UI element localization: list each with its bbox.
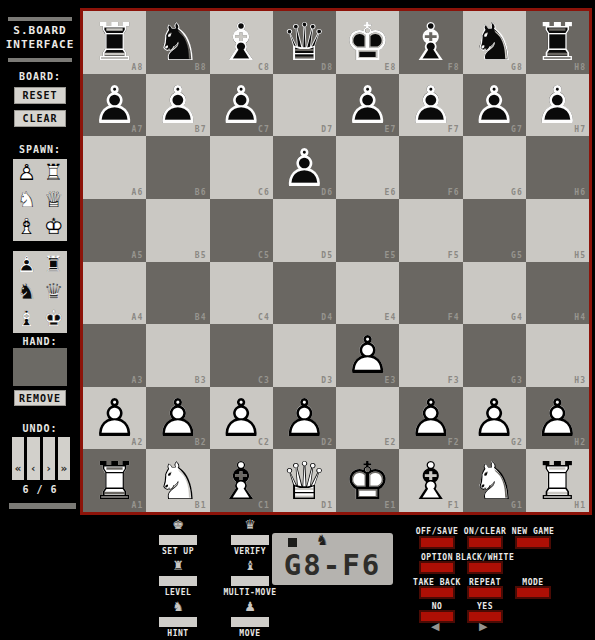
square-coord: D5	[321, 251, 333, 260]
spawn-white-pawn[interactable]: ♟♙	[13, 159, 40, 186]
black-king[interactable]: ♚♔	[40, 306, 67, 333]
clear-button[interactable]: CLEAR	[14, 110, 66, 127]
piece-glyph-outline: ♗	[13, 214, 40, 241]
square-f2[interactable]: ♟♙F2	[399, 387, 462, 450]
level-button[interactable]	[159, 576, 197, 586]
square-coord: G6	[511, 188, 523, 197]
square-b6[interactable]: B6	[146, 136, 209, 199]
spawn-black-queen[interactable]: ♛♕	[40, 278, 67, 305]
spawn-black-bishop[interactable]: ♝♗	[13, 306, 40, 333]
remove-button[interactable]: REMOVE	[14, 390, 66, 406]
white-pawn[interactable]: ♟♙	[13, 159, 40, 186]
on-clear-button[interactable]	[467, 536, 503, 549]
black-bishop[interactable]: ♝♗	[13, 306, 40, 333]
spawn-palette-black: ♟♙♜♖♞♘♛♕♝♗♚♔	[13, 251, 67, 333]
square-b5[interactable]: B5	[146, 199, 209, 262]
square-g8[interactable]: ♞♘G8	[463, 11, 526, 74]
square-c5[interactable]: C5	[210, 199, 273, 262]
square-coord: C8	[258, 63, 270, 72]
square-coord: D3	[321, 376, 333, 385]
divider-title	[8, 58, 72, 62]
square-a4[interactable]: A4	[83, 262, 146, 325]
square-coord: D7	[321, 125, 333, 134]
undo-counter: 6 / 6	[0, 484, 80, 495]
square-d4[interactable]: D4	[273, 262, 336, 325]
undo-back-button[interactable]: ‹	[27, 437, 39, 480]
square-coord: B5	[195, 251, 207, 260]
verify-label: VERIFY	[234, 547, 266, 556]
square-f6[interactable]: F6	[399, 136, 462, 199]
square-coord: E5	[385, 251, 397, 260]
white-knight[interactable]: ♞♘	[13, 186, 40, 213]
square-coord: H4	[574, 313, 586, 322]
move-button[interactable]	[231, 617, 269, 627]
app-title-line2: INTERFACE	[0, 38, 80, 51]
square-coord: G4	[511, 313, 523, 322]
square-e8[interactable]: ♚♔E8	[336, 11, 399, 74]
lcd-move-text: G8-F6	[272, 548, 393, 582]
king-icon: ♚	[172, 518, 184, 532]
square-coord: G8	[511, 63, 523, 72]
square-coord: H5	[574, 251, 586, 260]
square-d6[interactable]: ♟♙D6	[273, 136, 336, 199]
square-coord: A3	[132, 376, 144, 385]
square-g4[interactable]: G4	[463, 262, 526, 325]
square-d1[interactable]: ♛♕D1	[273, 449, 336, 512]
square-c6[interactable]: C6	[210, 136, 273, 199]
square-coord: A5	[132, 251, 144, 260]
square-a7[interactable]: ♟♙A7	[83, 74, 146, 137]
hint-label: HINT	[167, 629, 188, 638]
square-coord: F8	[448, 63, 460, 72]
square-coord: A7	[132, 125, 144, 134]
piece-glyph-outline: ♖	[40, 159, 67, 186]
square-e1[interactable]: ♚♔E1	[336, 449, 399, 512]
undo-section-label: UNDO:	[0, 423, 80, 434]
square-f5[interactable]: F5	[399, 199, 462, 262]
spawn-white-knight[interactable]: ♞♘	[13, 186, 40, 213]
square-coord: B6	[195, 188, 207, 197]
black-pawn[interactable]: ♟♙	[13, 251, 40, 278]
square-e6[interactable]: E6	[336, 136, 399, 199]
square-h2[interactable]: ♟♙H2	[526, 387, 589, 450]
square-coord: A4	[132, 313, 144, 322]
square-g3[interactable]: G3	[463, 324, 526, 387]
off-save-button[interactable]	[419, 536, 455, 549]
square-coord: D4	[321, 313, 333, 322]
spawn-black-king[interactable]: ♚♔	[40, 306, 67, 333]
square-coord: E7	[385, 125, 397, 134]
square-coord: F3	[448, 376, 460, 385]
spawn-white-queen[interactable]: ♛♕	[40, 186, 67, 213]
spawn-section-label: SPAWN:	[0, 144, 80, 155]
spawn-black-rook[interactable]: ♜♖	[40, 251, 67, 278]
board-section-label: BOARD:	[0, 71, 80, 82]
square-b7[interactable]: ♟♙B7	[146, 74, 209, 137]
black-rook[interactable]: ♜♖	[40, 251, 67, 278]
square-g5[interactable]: G5	[463, 199, 526, 262]
square-coord: D8	[321, 63, 333, 72]
square-d7[interactable]: D7	[273, 74, 336, 137]
take-back-button[interactable]	[419, 586, 455, 599]
square-coord: H6	[574, 188, 586, 197]
rook-icon: ♜	[172, 559, 184, 573]
square-c7[interactable]: ♟♙C7	[210, 74, 273, 137]
piece-glyph-outline: ♕	[40, 186, 67, 213]
square-a8[interactable]: ♜♖A8	[83, 11, 146, 74]
square-d3[interactable]: D3	[273, 324, 336, 387]
piece-key-panel: ♚SET UP♛VERIFY♜LEVEL♝MULTI-MOVE♞HINT♟MOV…	[142, 518, 286, 638]
square-coord: H2	[574, 438, 586, 447]
queen-icon: ♛	[244, 518, 256, 532]
black-to-move-indicator-icon	[288, 538, 297, 547]
divider-top	[8, 17, 72, 21]
square-b1[interactable]: ♞♘B1	[146, 449, 209, 512]
square-coord: H8	[574, 63, 586, 72]
square-coord: E6	[385, 188, 397, 197]
square-coord: G7	[511, 125, 523, 134]
square-b8[interactable]: ♞♘B8	[146, 11, 209, 74]
piece-glyph-outline: ♔	[40, 306, 67, 333]
knight-icon: ♞	[172, 600, 184, 614]
app-title-line1: S.BOARD	[0, 24, 80, 37]
spawn-white-rook[interactable]: ♜♖	[40, 159, 67, 186]
set-up-button[interactable]	[159, 535, 197, 545]
square-f3[interactable]: F3	[399, 324, 462, 387]
level-label: LEVEL	[165, 588, 192, 597]
square-coord: A1	[132, 501, 144, 510]
verify-button[interactable]	[231, 535, 269, 545]
square-coord: B8	[195, 63, 207, 72]
square-b3[interactable]: B3	[146, 324, 209, 387]
prev-arrow-button[interactable]: ◀	[431, 621, 439, 632]
square-a5[interactable]: A5	[83, 199, 146, 262]
piece-glyph-outline: ♕	[40, 278, 67, 305]
new-game-label: NEW GAME	[488, 527, 578, 536]
square-coord: A8	[132, 63, 144, 72]
square-g1[interactable]: ♞♘G1	[463, 449, 526, 512]
reset-button[interactable]: RESET	[14, 87, 66, 104]
square-g7[interactable]: ♟♙G7	[463, 74, 526, 137]
square-g6[interactable]: G6	[463, 136, 526, 199]
square-coord: B7	[195, 125, 207, 134]
square-coord: H1	[574, 501, 586, 510]
level-control: ♜LEVEL	[142, 559, 214, 597]
white-king[interactable]: ♚♔	[40, 214, 67, 241]
spawn-black-knight[interactable]: ♞♘	[13, 278, 40, 305]
square-coord: H7	[574, 125, 586, 134]
square-c8[interactable]: ♝♗C8	[210, 11, 273, 74]
square-coord: C1	[258, 501, 270, 510]
square-coord: F6	[448, 188, 460, 197]
multi-move-label: MULTI-MOVE	[223, 588, 276, 597]
new-game-button[interactable]	[515, 536, 551, 549]
square-coord: D2	[321, 438, 333, 447]
square-e5[interactable]: E5	[336, 199, 399, 262]
square-coord: F7	[448, 125, 460, 134]
hint-control: ♞HINT	[142, 600, 214, 638]
mode-button[interactable]	[515, 586, 551, 599]
piece-glyph-outline: ♗	[13, 306, 40, 333]
piece-glyph-outline: ♙	[13, 251, 40, 278]
square-coord: E4	[385, 313, 397, 322]
piece-glyph-outline: ♔	[40, 214, 67, 241]
square-e4[interactable]: E4	[336, 262, 399, 325]
square-h8[interactable]: ♜♖H8	[526, 11, 589, 74]
square-f7[interactable]: ♟♙F7	[399, 74, 462, 137]
repeat-button[interactable]	[467, 586, 503, 599]
square-f8[interactable]: ♝♗F8	[399, 11, 462, 74]
set-up-control: ♚SET UP	[142, 518, 214, 556]
square-coord: F2	[448, 438, 460, 447]
square-c2[interactable]: ♟♙C2	[210, 387, 273, 450]
square-c4[interactable]: C4	[210, 262, 273, 325]
white-rook[interactable]: ♜♖	[40, 159, 67, 186]
square-coord: D1	[321, 501, 333, 510]
sidebar: S.BOARD INTERFACE BOARD: RESET CLEAR SPA…	[0, 0, 80, 640]
square-coord: D6	[321, 188, 333, 197]
square-coord: E8	[385, 63, 397, 72]
undo-forward-button[interactable]: ›	[43, 437, 55, 480]
undo-controls: «‹›»	[12, 437, 70, 480]
square-f1[interactable]: ♝♗F1	[399, 449, 462, 512]
square-f4[interactable]: F4	[399, 262, 462, 325]
bishop-icon: ♝	[244, 559, 256, 573]
square-h5[interactable]: H5	[526, 199, 589, 262]
square-d5[interactable]: D5	[273, 199, 336, 262]
square-coord: C4	[258, 313, 270, 322]
move-control: ♟MOVE	[214, 600, 286, 638]
square-coord: B1	[195, 501, 207, 510]
square-e7[interactable]: ♟♙E7	[336, 74, 399, 137]
square-g2[interactable]: ♟♙G2	[463, 387, 526, 450]
move-label: MOVE	[239, 629, 260, 638]
square-coord: E1	[385, 501, 397, 510]
square-c1[interactable]: ♝♗C1	[210, 449, 273, 512]
undo-last-button[interactable]: »	[58, 437, 70, 480]
multi-move-button[interactable]	[231, 576, 269, 586]
square-a1[interactable]: ♜♖A1	[83, 449, 146, 512]
lcd-display: ♞ G8-F6	[272, 533, 393, 585]
next-arrow-button[interactable]: ▶	[479, 621, 487, 632]
square-h4[interactable]: H4	[526, 262, 589, 325]
black-white-button[interactable]	[467, 561, 503, 574]
chess-board: ♜♖A8♞♘B8♝♗C8♛♕D8♚♔E8♝♗F8♞♘G8♜♖H8♟♙A7♟♙B7…	[80, 8, 592, 515]
square-d8[interactable]: ♛♕D8	[273, 11, 336, 74]
white-bishop[interactable]: ♝♗	[13, 214, 40, 241]
square-h1[interactable]: ♜♖H1	[526, 449, 589, 512]
square-coord: G2	[511, 438, 523, 447]
square-coord: E2	[385, 438, 397, 447]
square-coord: G5	[511, 251, 523, 260]
spawn-white-king[interactable]: ♚♔	[40, 214, 67, 241]
piece-glyph-outline: ♘	[13, 278, 40, 305]
square-e3[interactable]: ♟♙E3	[336, 324, 399, 387]
square-h3[interactable]: H3	[526, 324, 589, 387]
set-up-label: SET UP	[162, 547, 194, 556]
divider-bottom	[9, 503, 76, 509]
hand-slot[interactable]	[13, 348, 67, 386]
square-b4[interactable]: B4	[146, 262, 209, 325]
square-coord: B3	[195, 376, 207, 385]
square-coord: C5	[258, 251, 270, 260]
square-e2[interactable]: E2	[336, 387, 399, 450]
piece-glyph-outline: ♙	[13, 159, 40, 186]
square-coord: F1	[448, 501, 460, 510]
square-c3[interactable]: C3	[210, 324, 273, 387]
chess-computer-ui: S.BOARD INTERFACE BOARD: RESET CLEAR SPA…	[0, 0, 595, 640]
hand-section-label: HAND:	[0, 336, 80, 347]
square-b2[interactable]: ♟♙B2	[146, 387, 209, 450]
spawn-white-bishop[interactable]: ♝♗	[13, 214, 40, 241]
pawn-icon: ♟	[244, 600, 256, 614]
square-a3[interactable]: A3	[83, 324, 146, 387]
piece-glyph-outline: ♘	[13, 186, 40, 213]
spawn-palette-white: ♟♙♜♖♞♘♛♕♝♗♚♔	[13, 159, 67, 241]
white-queen[interactable]: ♛♕	[40, 186, 67, 213]
square-h7[interactable]: ♟♙H7	[526, 74, 589, 137]
square-coord: B4	[195, 313, 207, 322]
option-button[interactable]	[419, 561, 455, 574]
piece-glyph-outline: ♖	[40, 251, 67, 278]
black-queen[interactable]: ♛♕	[40, 278, 67, 305]
square-coord: G1	[511, 501, 523, 510]
square-coord: E3	[385, 376, 397, 385]
square-coord: C2	[258, 438, 270, 447]
square-coord: B2	[195, 438, 207, 447]
square-coord: A6	[132, 188, 144, 197]
square-coord: H3	[574, 376, 586, 385]
spawn-black-pawn[interactable]: ♟♙	[13, 251, 40, 278]
black-knight[interactable]: ♞♘	[13, 278, 40, 305]
square-coord: F5	[448, 251, 460, 260]
hint-button[interactable]	[159, 617, 197, 627]
square-coord: G3	[511, 376, 523, 385]
square-coord: C3	[258, 376, 270, 385]
square-h6[interactable]: H6	[526, 136, 589, 199]
undo-first-button[interactable]: «	[12, 437, 24, 480]
square-coord: A2	[132, 438, 144, 447]
square-a6[interactable]: A6	[83, 136, 146, 199]
square-coord: F4	[448, 313, 460, 322]
square-d2[interactable]: ♟♙D2	[273, 387, 336, 450]
knight-indicator-icon: ♞	[316, 532, 329, 548]
square-coord: C7	[258, 125, 270, 134]
square-a2[interactable]: ♟♙A2	[83, 387, 146, 450]
square-coord: C6	[258, 188, 270, 197]
